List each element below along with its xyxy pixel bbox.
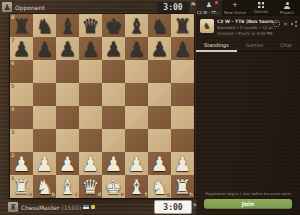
square-e8[interactable]: ♚ — [102, 14, 125, 37]
top-player-avatar[interactable]: ♟ — [2, 2, 12, 12]
black-pawn: ♟ — [105, 39, 123, 59]
top-player-clock: 3:00 — [156, 1, 190, 14]
rank-label: 3 — [11, 130, 14, 135]
black-rook: ♜ — [13, 16, 31, 36]
white-pawn: ♟ — [151, 154, 169, 174]
square-c1[interactable]: ♝c — [56, 175, 79, 198]
square-b8[interactable]: ♞ — [33, 14, 56, 37]
share-icon[interactable] — [291, 21, 297, 27]
file-label: c — [75, 192, 78, 197]
registration-note: Registration begins 1 hour before the ev… — [198, 191, 298, 196]
black-pawn: ♟ — [174, 39, 192, 59]
bottom-player-rating: (1500) — [61, 204, 81, 211]
file-label: d — [97, 192, 101, 197]
file-label: b — [51, 192, 55, 197]
black-bishop: ♝ — [128, 16, 146, 36]
black-bishop: ♝ — [59, 16, 77, 36]
plus-icon: + — [232, 2, 238, 9]
square-h3[interactable] — [171, 129, 194, 152]
black-pawn: ♟ — [59, 39, 77, 59]
country-flag-icon — [83, 205, 89, 209]
square-b6[interactable] — [33, 60, 56, 83]
square-h4[interactable] — [171, 106, 194, 129]
square-h8[interactable]: ♜ — [171, 14, 194, 37]
nav-tab-players[interactable]: Players — [274, 0, 300, 16]
join-button[interactable]: Join — [204, 199, 292, 209]
square-a7[interactable]: ♟7 — [10, 37, 33, 60]
rank-label: 4 — [11, 107, 14, 112]
square-e5[interactable] — [102, 83, 125, 106]
square-g3[interactable] — [148, 129, 171, 152]
square-h5[interactable] — [171, 83, 194, 106]
grid-icon — [258, 2, 264, 8]
square-f1[interactable]: ♝f — [125, 175, 148, 198]
close-icon[interactable]: × — [283, 21, 288, 27]
square-f7[interactable]: ♟ — [125, 37, 148, 60]
tournament-schedule: Unrated • Starts at 3:00 PM — [217, 31, 278, 36]
square-f5[interactable] — [125, 83, 148, 106]
premium-badge-icon — [91, 205, 95, 209]
square-d6[interactable] — [79, 60, 102, 83]
square-e3[interactable] — [102, 129, 125, 152]
nav-tab-new-game[interactable]: + New Game — [222, 0, 248, 16]
bottom-player-avatar[interactable]: ♜ — [8, 202, 18, 212]
file-label: h — [189, 192, 193, 197]
square-h6[interactable] — [171, 60, 194, 83]
white-bishop: ♝ — [59, 177, 77, 197]
square-a1[interactable]: ♜1a — [10, 175, 33, 198]
tab-standings[interactable]: Standings — [204, 42, 229, 48]
white-pawn: ♟ — [105, 154, 123, 174]
chess-app-window: ♟ Opponent 3:00 ⚑ ♜8♞♝♛♚♝♞♜♟7♟♟♟♟♟♟♟6543… — [0, 0, 300, 215]
square-c3[interactable] — [56, 129, 79, 152]
file-label: f — [145, 192, 147, 197]
square-f3[interactable] — [125, 129, 148, 152]
square-a2[interactable]: ♟2 — [10, 152, 33, 175]
tab-games[interactable]: Games — [246, 42, 264, 48]
black-pawn: ♟ — [151, 39, 169, 59]
tournament-tabs: Standings Games Chat — [196, 39, 300, 52]
black-pawn: ♟ — [128, 39, 146, 59]
gear-icon[interactable] — [273, 20, 280, 27]
square-h2[interactable]: ♟ — [171, 152, 194, 175]
square-f2[interactable]: ♟ — [125, 152, 148, 175]
nav-tab-label: C2 W - TT6 (N... — [197, 10, 222, 15]
black-pawn: ♟ — [13, 39, 31, 59]
white-pawn: ♟ — [59, 154, 77, 174]
file-label: g — [166, 192, 170, 197]
tournament-title: C2 W - TT6 (Nov tournament with titled) — [217, 19, 278, 24]
square-b5[interactable] — [33, 83, 56, 106]
nav-tab-label: New Game — [224, 10, 246, 15]
rank-label: 7 — [11, 38, 14, 43]
square-g4[interactable] — [148, 106, 171, 129]
white-pawn: ♟ — [13, 154, 31, 174]
square-g2[interactable]: ♟ — [148, 152, 171, 175]
square-d1[interactable]: ♛d — [79, 175, 102, 198]
black-knight: ♞ — [151, 16, 169, 36]
bottom-player-name[interactable]: ChessMaster — [21, 204, 59, 211]
tournament-header: ♞ C2 W - TT6 (Nov tournament with titled… — [196, 16, 300, 39]
black-king: ♚ — [105, 16, 123, 36]
chess-board[interactable]: ♜8♞♝♛♚♝♞♜♟7♟♟♟♟♟♟♟6543♟2♟♟♟♟♟♟♟♜1a♞b♝c♛d… — [10, 14, 194, 198]
square-a8[interactable]: ♜8 — [10, 14, 33, 37]
square-a4[interactable]: 4 — [10, 106, 33, 129]
black-pawn: ♟ — [36, 39, 54, 59]
tab-chat[interactable]: Chat — [280, 42, 292, 48]
sidebar-panel: ♟ C2 W - TT6 (N... + New Game Games Play… — [196, 0, 300, 215]
square-e7[interactable]: ♟ — [102, 37, 125, 60]
top-player-name[interactable]: Opponent — [15, 4, 45, 11]
square-c7[interactable]: ♟ — [56, 37, 79, 60]
square-h1[interactable]: ♜h — [171, 175, 194, 198]
square-a5[interactable]: 5 — [10, 83, 33, 106]
nav-tab-games[interactable]: Games — [248, 0, 274, 16]
pawn-icon: ♟ — [206, 2, 212, 9]
rank-label: 5 — [11, 84, 14, 89]
square-b1[interactable]: ♞b — [33, 175, 56, 198]
white-pawn: ♟ — [82, 154, 100, 174]
tournament-details: Standard • 5 rounds • 12 players — [217, 25, 278, 30]
square-g8[interactable]: ♞ — [148, 14, 171, 37]
bottom-player-clock: 3:00 — [154, 200, 192, 214]
square-a6[interactable]: 6 — [10, 60, 33, 83]
square-d4[interactable] — [79, 106, 102, 129]
nav-tab-tournament[interactable]: ♟ C2 W - TT6 (N... — [196, 0, 222, 16]
square-d8[interactable]: ♛ — [79, 14, 102, 37]
square-g5[interactable] — [148, 83, 171, 106]
file-label: e — [121, 192, 124, 197]
tournament-content-area — [196, 52, 300, 191]
notification-dot — [215, 1, 218, 4]
rank-label: 1 — [11, 176, 14, 181]
square-e4[interactable] — [102, 106, 125, 129]
black-rook: ♜ — [174, 16, 192, 36]
square-f8[interactable]: ♝ — [125, 14, 148, 37]
square-d7[interactable]: ♟ — [79, 37, 102, 60]
square-b4[interactable] — [33, 106, 56, 129]
square-f6[interactable] — [125, 60, 148, 83]
sidebar-nav-strip: ♟ C2 W - TT6 (N... + New Game Games Play… — [196, 0, 300, 16]
square-a3[interactable]: 3 — [10, 129, 33, 152]
square-g6[interactable] — [148, 60, 171, 83]
square-b7[interactable]: ♟ — [33, 37, 56, 60]
square-c4[interactable] — [56, 106, 79, 129]
nav-tab-label: Players — [280, 10, 295, 15]
person-icon — [284, 2, 290, 9]
rank-label: 8 — [11, 15, 14, 20]
black-pawn: ♟ — [82, 39, 100, 59]
square-e2[interactable]: ♟ — [102, 152, 125, 175]
square-c2[interactable]: ♟ — [56, 152, 79, 175]
black-knight: ♞ — [36, 16, 54, 36]
tournament-thumbnail: ♞ — [200, 19, 214, 33]
square-g1[interactable]: ♞g — [148, 175, 171, 198]
rank-label: 6 — [11, 61, 14, 66]
square-c5[interactable] — [56, 83, 79, 106]
square-b3[interactable] — [33, 129, 56, 152]
square-d2[interactable]: ♟ — [79, 152, 102, 175]
square-g7[interactable]: ♟ — [148, 37, 171, 60]
bottom-player-bar: ♜ ChessMaster (1500) — [8, 200, 95, 214]
square-f4[interactable] — [125, 106, 148, 129]
file-label: a — [29, 192, 32, 197]
square-e1[interactable]: ♚e — [102, 175, 125, 198]
nav-tab-label: Games — [254, 9, 268, 14]
white-pawn: ♟ — [128, 154, 146, 174]
white-bishop: ♝ — [128, 177, 146, 197]
square-d5[interactable] — [79, 83, 102, 106]
white-pawn: ♟ — [174, 154, 192, 174]
square-e6[interactable] — [102, 60, 125, 83]
white-pawn: ♟ — [36, 154, 54, 174]
square-c6[interactable] — [56, 60, 79, 83]
black-queen: ♛ — [82, 16, 100, 36]
top-player-bar: ♟ Opponent — [2, 0, 45, 14]
rank-label: 2 — [11, 153, 14, 158]
square-d3[interactable] — [79, 129, 102, 152]
square-h7[interactable]: ♟ — [171, 37, 194, 60]
square-b2[interactable]: ♟ — [33, 152, 56, 175]
square-c8[interactable]: ♝ — [56, 14, 79, 37]
tournament-header-icons: × — [273, 20, 297, 27]
